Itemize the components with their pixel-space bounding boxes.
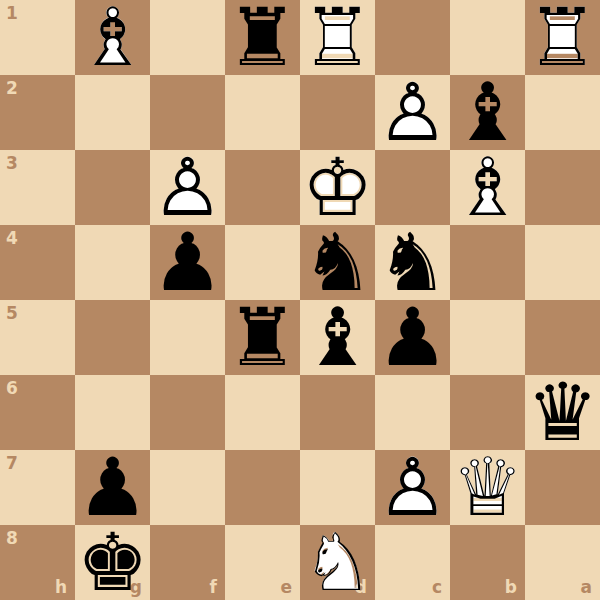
white-rook[interactable]: ♜♖ <box>525 0 600 75</box>
king-glyph: ♚ <box>75 525 150 600</box>
bishop-glyph: ♝ <box>450 75 525 150</box>
white-king[interactable]: ♚♔ <box>300 150 375 225</box>
bishop-outline-glyph: ♗ <box>75 0 150 75</box>
square-e8[interactable]: e <box>225 525 300 600</box>
square-e6[interactable] <box>225 375 300 450</box>
file-label-a: a <box>581 579 592 596</box>
square-h8[interactable]: 8h <box>0 525 75 600</box>
square-e3[interactable] <box>225 150 300 225</box>
rank-label-6: 6 <box>6 380 18 397</box>
rook-outline-glyph: ♖ <box>525 0 600 75</box>
black-rook[interactable]: ♜ <box>225 0 300 75</box>
square-g6[interactable] <box>75 375 150 450</box>
white-queen[interactable]: ♛♕ <box>450 450 525 525</box>
square-d1[interactable]: ♜♖ <box>300 0 375 75</box>
bishop-outline-glyph: ♗ <box>450 150 525 225</box>
square-c6[interactable] <box>375 375 450 450</box>
rook-glyph: ♜ <box>225 0 300 75</box>
file-label-e: e <box>280 579 292 596</box>
square-b1[interactable] <box>450 0 525 75</box>
square-g2[interactable] <box>75 75 150 150</box>
white-knight[interactable]: ♞♘ <box>300 525 375 600</box>
knight-outline-glyph: ♘ <box>300 525 375 600</box>
square-f4[interactable]: ♟ <box>150 225 225 300</box>
square-h3[interactable]: 3 <box>0 150 75 225</box>
black-king[interactable]: ♚ <box>75 525 150 600</box>
square-e1[interactable]: ♜ <box>225 0 300 75</box>
square-h1[interactable]: 1 <box>0 0 75 75</box>
square-g3[interactable] <box>75 150 150 225</box>
pawn-glyph: ♟ <box>75 450 150 525</box>
pawn-outline-glyph: ♙ <box>375 75 450 150</box>
rook-glyph: ♜ <box>225 300 300 375</box>
king-outline-glyph: ♔ <box>300 150 375 225</box>
white-rook[interactable]: ♜♖ <box>300 0 375 75</box>
square-b3[interactable]: ♝♗ <box>450 150 525 225</box>
file-label-f: f <box>210 579 217 596</box>
square-c4[interactable]: ♞ <box>375 225 450 300</box>
knight-glyph: ♞ <box>300 225 375 300</box>
square-c2[interactable]: ♟♙ <box>375 75 450 150</box>
square-c7[interactable]: ♟♙ <box>375 450 450 525</box>
square-f2[interactable] <box>150 75 225 150</box>
square-a7[interactable] <box>525 450 600 525</box>
bishop-glyph: ♝ <box>300 300 375 375</box>
square-h7[interactable]: 7 <box>0 450 75 525</box>
square-d3[interactable]: ♚♔ <box>300 150 375 225</box>
black-rook[interactable]: ♜ <box>225 300 300 375</box>
square-g1[interactable]: ♝♗ <box>75 0 150 75</box>
square-a8[interactable]: a <box>525 525 600 600</box>
square-h2[interactable]: 2 <box>0 75 75 150</box>
white-pawn[interactable]: ♟♙ <box>375 75 450 150</box>
square-d5[interactable]: ♝ <box>300 300 375 375</box>
square-a3[interactable] <box>525 150 600 225</box>
file-label-c: c <box>432 579 442 596</box>
square-b4[interactable] <box>450 225 525 300</box>
square-b8[interactable]: b <box>450 525 525 600</box>
square-d2[interactable] <box>300 75 375 150</box>
chess-board: 1♝♗♜♜♖♜♖2♟♙♝3♟♙♚♔♝♗4♟♞♞5♜♝♟6♛7♟♟♙♛♕8hg♚f… <box>0 0 600 600</box>
square-f3[interactable]: ♟♙ <box>150 150 225 225</box>
white-pawn[interactable]: ♟♙ <box>375 450 450 525</box>
square-h5[interactable]: 5 <box>0 300 75 375</box>
square-g5[interactable] <box>75 300 150 375</box>
square-c1[interactable] <box>375 0 450 75</box>
black-pawn[interactable]: ♟ <box>375 300 450 375</box>
square-b2[interactable]: ♝ <box>450 75 525 150</box>
pawn-outline-glyph: ♙ <box>375 450 450 525</box>
square-g8[interactable]: g♚ <box>75 525 150 600</box>
rank-label-8: 8 <box>6 530 18 547</box>
white-bishop[interactable]: ♝♗ <box>450 150 525 225</box>
square-c3[interactable] <box>375 150 450 225</box>
black-queen[interactable]: ♛ <box>525 375 600 450</box>
square-d8[interactable]: d♞♘ <box>300 525 375 600</box>
file-label-b: b <box>505 579 517 596</box>
square-f6[interactable] <box>150 375 225 450</box>
square-e4[interactable] <box>225 225 300 300</box>
square-b7[interactable]: ♛♕ <box>450 450 525 525</box>
square-f8[interactable]: f <box>150 525 225 600</box>
square-e7[interactable] <box>225 450 300 525</box>
square-c8[interactable]: c <box>375 525 450 600</box>
square-b6[interactable] <box>450 375 525 450</box>
square-e5[interactable]: ♜ <box>225 300 300 375</box>
square-c5[interactable]: ♟ <box>375 300 450 375</box>
square-d4[interactable]: ♞ <box>300 225 375 300</box>
black-pawn[interactable]: ♟ <box>75 450 150 525</box>
rank-label-1: 1 <box>6 5 18 22</box>
white-bishop[interactable]: ♝♗ <box>75 0 150 75</box>
black-bishop[interactable]: ♝ <box>450 75 525 150</box>
black-knight[interactable]: ♞ <box>375 225 450 300</box>
white-pawn[interactable]: ♟♙ <box>150 150 225 225</box>
black-knight[interactable]: ♞ <box>300 225 375 300</box>
square-f7[interactable] <box>150 450 225 525</box>
square-a5[interactable] <box>525 300 600 375</box>
square-d6[interactable] <box>300 375 375 450</box>
square-a4[interactable] <box>525 225 600 300</box>
rank-label-3: 3 <box>6 155 18 172</box>
square-e2[interactable] <box>225 75 300 150</box>
square-h4[interactable]: 4 <box>0 225 75 300</box>
rank-label-7: 7 <box>6 455 18 472</box>
square-b5[interactable] <box>450 300 525 375</box>
square-a2[interactable] <box>525 75 600 150</box>
square-a6[interactable]: ♛ <box>525 375 600 450</box>
square-g7[interactable]: ♟ <box>75 450 150 525</box>
rank-label-4: 4 <box>6 230 18 247</box>
rook-outline-glyph: ♖ <box>300 0 375 75</box>
square-f1[interactable] <box>150 0 225 75</box>
pawn-glyph: ♟ <box>375 300 450 375</box>
square-d7[interactable] <box>300 450 375 525</box>
square-a1[interactable]: ♜♖ <box>525 0 600 75</box>
pawn-glyph: ♟ <box>150 225 225 300</box>
file-label-h: h <box>55 579 67 596</box>
rank-label-2: 2 <box>6 80 18 97</box>
square-f5[interactable] <box>150 300 225 375</box>
black-bishop[interactable]: ♝ <box>300 300 375 375</box>
queen-outline-glyph: ♕ <box>450 450 525 525</box>
queen-glyph: ♛ <box>525 375 600 450</box>
square-h6[interactable]: 6 <box>0 375 75 450</box>
knight-glyph: ♞ <box>375 225 450 300</box>
square-g4[interactable] <box>75 225 150 300</box>
black-pawn[interactable]: ♟ <box>150 225 225 300</box>
pawn-outline-glyph: ♙ <box>150 150 225 225</box>
rank-label-5: 5 <box>6 305 18 322</box>
